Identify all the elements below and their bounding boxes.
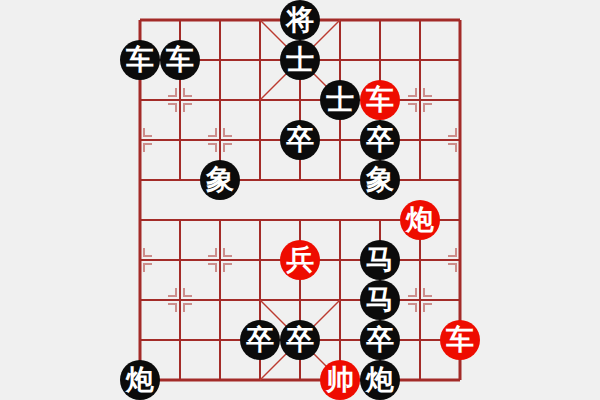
piece-black-advisor[interactable]: 士 — [280, 40, 320, 80]
piece-red-general[interactable]: 帅 — [320, 360, 360, 400]
piece-black-elephant[interactable]: 象 — [200, 160, 240, 200]
piece-red-soldier[interactable]: 兵 — [280, 240, 320, 280]
piece-black-cannon[interactable]: 炮 — [120, 360, 160, 400]
piece-black-soldier[interactable]: 卒 — [360, 120, 400, 160]
piece-black-horse[interactable]: 马 — [360, 240, 400, 280]
piece-grid: 将车车士士车卒卒象象炮兵马马卒卒卒车炮帅炮 — [120, 0, 480, 400]
piece-black-horse[interactable]: 马 — [360, 280, 400, 320]
piece-black-soldier[interactable]: 卒 — [360, 320, 400, 360]
piece-red-chariot[interactable]: 车 — [360, 80, 400, 120]
piece-red-chariot[interactable]: 车 — [440, 320, 480, 360]
piece-red-cannon[interactable]: 炮 — [400, 200, 440, 240]
piece-black-soldier[interactable]: 卒 — [280, 320, 320, 360]
piece-black-soldier[interactable]: 卒 — [240, 320, 280, 360]
piece-black-cannon[interactable]: 炮 — [360, 360, 400, 400]
piece-black-elephant[interactable]: 象 — [360, 160, 400, 200]
piece-black-chariot[interactable]: 车 — [160, 40, 200, 80]
piece-black-chariot[interactable]: 车 — [120, 40, 160, 80]
xiangqi-board[interactable]: 将车车士士车卒卒象象炮兵马马卒卒卒车炮帅炮 — [0, 0, 600, 400]
piece-black-general[interactable]: 将 — [280, 0, 320, 40]
piece-black-soldier[interactable]: 卒 — [280, 120, 320, 160]
piece-black-advisor[interactable]: 士 — [320, 80, 360, 120]
